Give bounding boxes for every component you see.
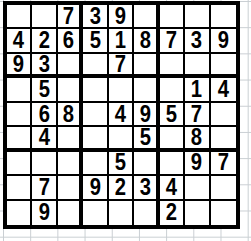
cell-r4c1[interactable] [7,78,32,102]
cell-r7c1[interactable] [7,152,32,176]
cell-r5c5[interactable]: 4 [109,103,134,127]
cell-r1c5[interactable]: 9 [109,5,134,29]
cell-r2c4[interactable]: 5 [83,29,108,53]
cell-r2c7[interactable]: 7 [160,29,185,53]
cell-r8c8[interactable] [185,176,210,200]
cell-r7c3[interactable] [58,152,83,176]
cell-r8c6[interactable]: 3 [134,176,159,200]
given-digit: 2 [166,201,177,224]
cell-r7c8[interactable]: 9 [185,152,210,176]
given-digit: 7 [218,152,229,175]
cell-r3c1[interactable]: 9 [7,54,32,78]
given-digit: 7 [63,5,74,28]
cell-r8c3[interactable] [58,176,83,200]
given-digit: 3 [89,5,100,28]
cell-r7c2[interactable] [32,152,57,176]
cell-r9c8[interactable] [185,201,210,225]
cell-r8c9[interactable] [211,176,236,200]
given-digit: 3 [191,29,202,52]
cell-r8c5[interactable]: 2 [109,176,134,200]
cell-r6c4[interactable] [83,127,108,151]
cell-r1c6[interactable] [134,5,159,29]
cell-r6c8[interactable]: 8 [185,127,210,151]
cell-r8c4[interactable]: 9 [83,176,108,200]
given-digit: 4 [13,29,24,52]
cell-r6c9[interactable] [211,127,236,151]
cell-r4c9[interactable]: 4 [211,78,236,102]
given-digit: 1 [191,78,202,101]
cell-r2c5[interactable]: 1 [109,29,134,53]
cell-r9c2[interactable]: 9 [32,201,57,225]
cell-r2c8[interactable]: 3 [185,29,210,53]
cell-r5c9[interactable] [211,103,236,127]
cell-r4c6[interactable] [134,78,159,102]
cell-r5c1[interactable] [7,103,32,127]
cell-r1c2[interactable] [32,5,57,29]
cell-r3c3[interactable] [58,54,83,78]
cell-r5c6[interactable]: 9 [134,103,159,127]
cell-r9c9[interactable] [211,201,236,225]
sudoku-screenshot: { "game": { "name": "sudoku", "rows": [ … [0,0,251,241]
given-digit: 7 [115,54,126,76]
given-digit: 7 [191,103,202,126]
cell-r6c5[interactable] [109,127,134,151]
given-digit: 9 [218,29,229,52]
cell-r4c3[interactable] [58,78,83,102]
given-digit: 9 [13,54,24,76]
cell-r7c5[interactable]: 5 [109,152,134,176]
given-digit: 3 [39,54,50,76]
cell-r9c5[interactable] [109,201,134,225]
given-digit: 5 [115,152,126,175]
cell-r7c7[interactable] [160,152,185,176]
given-digit: 7 [39,176,50,199]
cell-r7c4[interactable] [83,152,108,176]
cell-r4c5[interactable] [109,78,134,102]
given-digit: 4 [39,127,50,149]
cell-r6c1[interactable] [7,127,32,151]
given-digit: 9 [115,5,126,28]
given-digit: 5 [89,29,100,52]
cell-r3c9[interactable] [211,54,236,78]
given-digit: 6 [63,29,74,52]
cell-r6c6[interactable]: 5 [134,127,159,151]
cell-r1c4[interactable]: 3 [83,5,108,29]
given-digit: 5 [166,103,177,126]
cell-r3c6[interactable] [134,54,159,78]
given-digit: 9 [39,201,50,224]
given-digit: 3 [139,176,150,199]
given-digit: 2 [115,176,126,199]
cell-r8c7[interactable]: 4 [160,176,185,200]
cell-r1c1[interactable] [7,5,32,29]
cell-r4c4[interactable] [83,78,108,102]
cell-r7c6[interactable] [134,152,159,176]
given-digit: 9 [89,176,100,199]
cell-r5c2[interactable]: 6 [32,103,57,127]
cell-r2c2[interactable]: 2 [32,29,57,53]
cell-r9c4[interactable] [83,201,108,225]
cell-r3c4[interactable] [83,54,108,78]
given-digit: 8 [63,103,74,126]
cell-r2c1[interactable]: 4 [7,29,32,53]
sudoku-board: 7394265187399375146849574585977923492 [3,1,240,229]
cell-r3c7[interactable] [160,54,185,78]
cell-r1c9[interactable] [211,5,236,29]
given-digit: 2 [39,29,50,52]
cell-r1c7[interactable] [160,5,185,29]
cell-r6c2[interactable]: 4 [32,127,57,151]
cell-r5c7[interactable]: 5 [160,103,185,127]
given-digit: 7 [166,29,177,52]
cell-r4c2[interactable]: 5 [32,78,57,102]
cell-r6c3[interactable] [58,127,83,151]
cell-r9c1[interactable] [7,201,32,225]
cell-r2c9[interactable]: 9 [211,29,236,53]
cell-r9c7[interactable]: 2 [160,201,185,225]
cell-r4c7[interactable] [160,78,185,102]
cell-r4c8[interactable]: 1 [185,78,210,102]
given-digit: 8 [191,127,202,149]
cell-r9c6[interactable] [134,201,159,225]
cell-r8c2[interactable]: 7 [32,176,57,200]
given-digit: 4 [166,176,177,199]
cell-r1c8[interactable] [185,5,210,29]
given-digit: 4 [115,103,126,126]
cell-r5c4[interactable] [83,103,108,127]
cell-r7c9[interactable]: 7 [211,152,236,176]
given-digit: 1 [115,29,126,52]
cell-r3c2[interactable]: 3 [32,54,57,78]
cell-r9c3[interactable] [58,201,83,225]
given-digit: 9 [139,103,150,126]
given-digit: 5 [39,78,50,101]
cell-r5c3[interactable]: 8 [58,103,83,127]
cell-r2c3[interactable]: 6 [58,29,83,53]
given-digit: 5 [139,127,150,149]
cell-r2c6[interactable]: 8 [134,29,159,53]
given-digit: 9 [191,152,202,175]
given-digit: 4 [218,78,229,101]
cell-r8c1[interactable] [7,176,32,200]
cell-r3c5[interactable]: 7 [109,54,134,78]
given-digit: 6 [39,103,50,126]
cell-r6c7[interactable] [160,127,185,151]
cell-r3c8[interactable] [185,54,210,78]
cell-r1c3[interactable]: 7 [58,5,83,29]
given-digit: 8 [139,29,150,52]
cell-r5c8[interactable]: 7 [185,103,210,127]
